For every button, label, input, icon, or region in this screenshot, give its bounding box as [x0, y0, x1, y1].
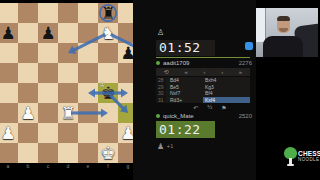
square-d8[interactable] [58, 3, 78, 23]
square-a6[interactable] [0, 43, 18, 63]
square-b2[interactable] [18, 123, 38, 143]
square-d4[interactable] [58, 83, 78, 103]
streamer-hair [277, 16, 290, 21]
bottom-player-row: quick_Mate 2520 [156, 112, 252, 120]
webcam-window-background [256, 8, 266, 42]
square-c6[interactable] [38, 43, 58, 63]
square-b4[interactable] [18, 83, 38, 103]
file-label-b: b [27, 163, 30, 169]
square-c1[interactable] [38, 143, 58, 163]
game-side-panel: ♙ 01:52 aadit1709 2276 ⟲«‹›» 28Bd4Bxh429… [133, 0, 256, 180]
square-b5[interactable] [18, 63, 38, 83]
square-b3[interactable]: ♟ [18, 103, 38, 123]
square-a3[interactable] [0, 103, 18, 123]
white-pawn-b3[interactable]: ♟ [18, 103, 38, 123]
next-move-button-icon[interactable]: › [221, 68, 223, 76]
file-label-a: a [7, 163, 10, 169]
square-b8[interactable] [18, 3, 38, 23]
online-dot-icon [156, 61, 160, 65]
file-label-c: c [47, 163, 50, 169]
square-c5[interactable] [38, 63, 58, 83]
square-f3[interactable] [98, 103, 118, 123]
top-player-captured-pieces: ♙ [157, 29, 164, 37]
white-king-f1[interactable]: ♚ [98, 143, 118, 163]
square-f7[interactable]: ♞ [98, 23, 118, 43]
square-c8[interactable] [38, 3, 58, 23]
square-e8[interactable] [78, 3, 98, 23]
bottom-player-rating: 2520 [239, 113, 252, 119]
black-pawn-a7[interactable]: ♟ [0, 23, 18, 43]
top-player-rating: 2276 [239, 60, 252, 66]
file-label-e: e [87, 163, 90, 169]
square-f6[interactable] [98, 43, 118, 63]
file-label-f: f [107, 163, 108, 169]
square-c3[interactable] [38, 103, 58, 123]
square-d6[interactable] [58, 43, 78, 63]
channel-logo: CHESS NOODLE [283, 146, 320, 174]
square-f1[interactable]: ♚ [98, 143, 118, 163]
square-c2[interactable] [38, 123, 58, 143]
logo-subtitle: NOODLE [298, 157, 320, 162]
square-f2[interactable] [98, 123, 118, 143]
square-a8[interactable] [0, 3, 18, 23]
tree-pawn-logo-icon [283, 146, 298, 170]
white-knight-f7[interactable]: ♞ [98, 23, 118, 43]
king-hunt-marker-icon: ♔ [99, 81, 105, 89]
square-e1[interactable] [78, 143, 98, 163]
square-e6[interactable] [78, 43, 98, 63]
top-player-row: aadit1709 2276 [156, 59, 252, 67]
blue-badge-icon[interactable] [245, 42, 253, 50]
bottom-player-captured-pieces: ♟+1 [157, 142, 174, 151]
bottom-player-clock: 01:22 [156, 121, 215, 138]
flip-board-button-icon[interactable]: ⟲ [164, 68, 169, 76]
material-advantage: +1 [166, 143, 173, 149]
last-move-button-icon[interactable]: » [239, 68, 242, 76]
square-e3[interactable] [78, 103, 98, 123]
square-c4[interactable] [38, 83, 58, 103]
square-a7[interactable]: ♟ [0, 23, 18, 43]
draw-offer-icon[interactable]: ½ [207, 104, 212, 110]
white-pawn-a2[interactable]: ♟ [0, 123, 18, 143]
square-a2[interactable]: ♟ [0, 123, 18, 143]
square-a4[interactable] [0, 83, 18, 103]
online-dot-icon [156, 114, 160, 118]
top-player-name[interactable]: aadit1709 [163, 60, 239, 66]
streamer-webcam [256, 8, 318, 57]
square-a1[interactable] [0, 143, 18, 163]
game-action-buttons: ↶½⚑ [156, 103, 250, 111]
resign-flag-icon[interactable]: ⚑ [221, 104, 226, 111]
black-pawn-c7[interactable]: ♟ [38, 23, 58, 43]
square-d3[interactable]: ♜ [58, 103, 78, 123]
file-label-d: d [67, 163, 70, 169]
square-a5[interactable] [0, 63, 18, 83]
first-move-button-icon[interactable]: « [185, 68, 188, 76]
square-b7[interactable] [18, 23, 38, 43]
square-d1[interactable] [58, 143, 78, 163]
streamer-torso [263, 36, 303, 57]
stream-frame: ♜♟♟♞♟♚♟♜♟♟♚ abcdefgh ♔ ♙ 01:52 aadit1709… [0, 0, 320, 180]
prev-move-button-icon[interactable]: ‹ [204, 68, 206, 76]
white-rook-d3[interactable]: ♜ [58, 103, 78, 123]
black-rook-f8[interactable]: ♜ [98, 3, 118, 23]
bottom-player-name[interactable]: quick_Mate [163, 113, 239, 119]
square-c7[interactable]: ♟ [38, 23, 58, 43]
square-b6[interactable] [18, 43, 38, 63]
top-player-clock: 01:52 [156, 40, 215, 56]
square-e5[interactable] [78, 63, 98, 83]
square-d2[interactable] [58, 123, 78, 143]
clock-progress-line [156, 57, 250, 58]
move-navigation-bar: ⟲«‹›» [156, 68, 250, 76]
square-d5[interactable] [58, 63, 78, 83]
takeback-icon[interactable]: ↶ [193, 104, 198, 111]
logo-title: CHESS [298, 150, 320, 157]
file-label-g: g [127, 163, 130, 169]
square-e4[interactable] [78, 83, 98, 103]
square-f8[interactable]: ♜ [98, 3, 118, 23]
square-d7[interactable] [58, 23, 78, 43]
move-list: 28Bd4Bxh429Be5Kg330Nxf7Bf431Rd3+Kxf4 [156, 77, 250, 103]
square-b1[interactable] [18, 143, 38, 163]
square-f5[interactable] [98, 63, 118, 83]
square-e2[interactable] [78, 123, 98, 143]
square-e7[interactable] [78, 23, 98, 43]
